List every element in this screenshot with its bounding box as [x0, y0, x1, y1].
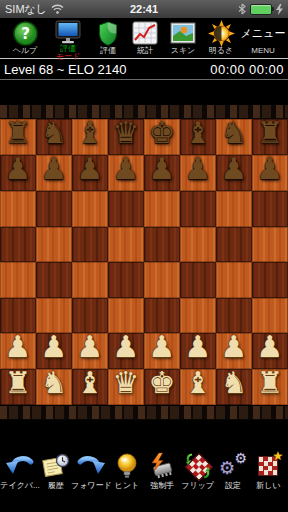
square-b7[interactable]: ♟: [36, 155, 72, 191]
square-d3[interactable]: [108, 298, 144, 334]
board-top-gap: [0, 80, 288, 104]
square-c8[interactable]: ♝: [72, 119, 108, 155]
square-a6[interactable]: [0, 191, 36, 227]
square-d2[interactable]: ♟: [108, 333, 144, 369]
redo-arrow-icon: [76, 451, 106, 481]
square-g6[interactable]: [216, 191, 252, 227]
chip-lightning-icon: [147, 451, 177, 481]
charging-bolt-icon: [276, 4, 283, 15]
status-bar: SIMなし 22:41: [0, 0, 288, 18]
square-e2[interactable]: ♟: [144, 333, 180, 369]
brightness-label: 明るさ: [209, 46, 233, 55]
history-button[interactable]: 履歴: [38, 451, 73, 501]
square-f4[interactable]: [180, 262, 216, 298]
piece-black-queen: ♛: [108, 115, 144, 151]
new-game-button[interactable]: ★ 新しい: [251, 451, 286, 501]
square-d7[interactable]: ♟: [108, 155, 144, 191]
menu-icon-text: メニュー: [241, 20, 286, 46]
white-clock: 00:00: [210, 62, 245, 77]
square-f7[interactable]: ♟: [180, 155, 216, 191]
piece-black-knight: ♞: [36, 115, 72, 151]
piece-white-pawn: ♟: [180, 329, 216, 365]
force-move-button[interactable]: 強制手: [145, 451, 180, 501]
battery-icon: [250, 4, 272, 15]
piece-white-queen: ♛: [108, 365, 144, 401]
square-f2[interactable]: ♟: [180, 333, 216, 369]
square-b1[interactable]: ♞: [36, 369, 72, 405]
statistics-button[interactable]: 統計: [126, 20, 164, 58]
flip-label: フリップ: [181, 481, 214, 491]
info-bar: Level 68 ~ ELO 2140 00:00 00:00: [0, 58, 288, 80]
gears-icon: ⚙ ⚙: [219, 451, 247, 481]
new-game-label: 新しい: [256, 481, 280, 491]
board-frame-top: [0, 104, 288, 119]
square-f5[interactable]: [180, 227, 216, 263]
square-e3[interactable]: [144, 298, 180, 334]
square-h8[interactable]: ♜: [252, 119, 288, 155]
help-label: ヘルプ: [13, 46, 38, 55]
square-a3[interactable]: [0, 298, 36, 334]
square-g8[interactable]: ♞: [216, 119, 252, 155]
statistics-label: 統計: [137, 46, 153, 55]
square-a5[interactable]: [0, 227, 36, 263]
square-h4[interactable]: [252, 262, 288, 298]
forward-button[interactable]: フォワード: [73, 451, 109, 501]
square-b8[interactable]: ♞: [36, 119, 72, 155]
game-clocks: 00:00 00:00: [210, 62, 284, 77]
square-h5[interactable]: [252, 227, 288, 263]
shield-icon: [98, 20, 118, 46]
level-elo-label: Level 68 ~ ELO 2140: [4, 62, 127, 77]
piece-black-knight: ♞: [216, 115, 252, 151]
piece-black-pawn: ♟: [252, 151, 288, 187]
square-c4[interactable]: [72, 262, 108, 298]
help-icon: ?: [13, 20, 38, 46]
square-b5[interactable]: [36, 227, 72, 263]
square-h6[interactable]: [252, 191, 288, 227]
flip-button[interactable]: フリップ: [180, 451, 215, 501]
board-bottom-gap: [0, 420, 288, 451]
square-g1[interactable]: ♞: [216, 369, 252, 405]
piece-white-pawn: ♟: [108, 329, 144, 365]
square-e4[interactable]: [144, 262, 180, 298]
square-h7[interactable]: ♟: [252, 155, 288, 191]
square-g2[interactable]: ♟: [216, 333, 252, 369]
piece-white-rook: ♜: [252, 365, 288, 401]
square-b4[interactable]: [36, 262, 72, 298]
chess-board: ♜♞♝♛♚♝♞♜♟♟♟♟♟♟♟♟♟♟♟♟♟♟♟♟♜♞♝♛♚♝♞♜: [0, 119, 288, 405]
piece-white-pawn: ♟: [36, 329, 72, 365]
takeback-button[interactable]: テイクバ...: [2, 451, 38, 501]
skin-label: スキン: [171, 46, 196, 55]
square-d5[interactable]: [108, 227, 144, 263]
picture-icon: [170, 20, 196, 46]
piece-black-bishop: ♝: [72, 115, 108, 151]
eval-mode-button[interactable]: 評価 モード: [46, 20, 90, 58]
piece-black-bishop: ♝: [180, 115, 216, 151]
piece-white-pawn: ♟: [216, 329, 252, 365]
piece-white-knight: ♞: [216, 365, 252, 401]
piece-black-pawn: ♟: [36, 151, 72, 187]
piece-black-pawn: ♟: [216, 151, 252, 187]
notepad-clock-icon: [41, 451, 71, 481]
square-c3[interactable]: [72, 298, 108, 334]
piece-black-pawn: ♟: [108, 151, 144, 187]
bluetooth-icon: [238, 3, 246, 15]
piece-black-pawn: ♟: [72, 151, 108, 187]
piece-black-king: ♚: [144, 115, 180, 151]
settings-label: 設定: [225, 481, 241, 491]
undo-arrow-icon: [5, 451, 35, 481]
square-a4[interactable]: [0, 262, 36, 298]
piece-black-rook: ♜: [0, 115, 36, 151]
square-f1[interactable]: ♝: [180, 369, 216, 405]
square-e5[interactable]: [144, 227, 180, 263]
square-h2[interactable]: ♟: [252, 333, 288, 369]
skin-button[interactable]: スキン: [164, 20, 202, 58]
piece-black-pawn: ♟: [180, 151, 216, 187]
svg-text:?: ?: [21, 25, 30, 43]
board-frame-bottom: [0, 405, 288, 420]
piece-white-knight: ♞: [36, 365, 72, 401]
square-b2[interactable]: ♟: [36, 333, 72, 369]
chart-icon: [132, 20, 158, 46]
piece-black-pawn: ♟: [144, 151, 180, 187]
square-e1[interactable]: ♚: [144, 369, 180, 405]
square-b3[interactable]: [36, 298, 72, 334]
square-e6[interactable]: [144, 191, 180, 227]
square-b6[interactable]: [36, 191, 72, 227]
square-e8[interactable]: ♚: [144, 119, 180, 155]
piece-white-pawn: ♟: [252, 329, 288, 365]
square-c5[interactable]: [72, 227, 108, 263]
top-toolbar: ? ヘルプ 評価 モード: [0, 18, 288, 58]
square-g5[interactable]: [216, 227, 252, 263]
menu-button[interactable]: メニュー MENU: [240, 20, 286, 58]
piece-white-pawn: ♟: [72, 329, 108, 365]
square-a2[interactable]: ♟: [0, 333, 36, 369]
help-button[interactable]: ? ヘルプ: [4, 20, 46, 58]
menu-label: MENU: [251, 46, 275, 55]
square-d8[interactable]: ♛: [108, 119, 144, 155]
bottom-toolbar: テイクバ... 履歴: [0, 451, 288, 501]
piece-white-bishop: ♝: [72, 365, 108, 401]
square-h3[interactable]: [252, 298, 288, 334]
evaluation-button[interactable]: 評価: [90, 20, 126, 58]
history-label: 履歴: [48, 481, 64, 491]
square-f6[interactable]: [180, 191, 216, 227]
square-d6[interactable]: [108, 191, 144, 227]
piece-white-king: ♚: [144, 365, 180, 401]
square-c6[interactable]: [72, 191, 108, 227]
sun-icon: [208, 20, 235, 46]
piece-white-rook: ♜: [0, 365, 36, 401]
eval-mode-label-bottom: モード: [56, 53, 80, 61]
square-g4[interactable]: [216, 262, 252, 298]
piece-black-pawn: ♟: [0, 151, 36, 187]
piece-black-rook: ♜: [252, 115, 288, 151]
square-f8[interactable]: ♝: [180, 119, 216, 155]
square-f3[interactable]: [180, 298, 216, 334]
force-move-label: 強制手: [150, 481, 174, 491]
wifi-icon: [51, 4, 64, 14]
takeback-label: テイクバ...: [0, 481, 39, 491]
square-c2[interactable]: ♟: [72, 333, 108, 369]
square-d1[interactable]: ♛: [108, 369, 144, 405]
square-c7[interactable]: ♟: [72, 155, 108, 191]
square-e7[interactable]: ♟: [144, 155, 180, 191]
flip-board-icon: [184, 451, 212, 481]
app-window: SIMなし 22:41 ?: [0, 0, 288, 512]
new-board-star-icon: ★: [258, 451, 278, 481]
carrier-label: SIMなし: [5, 2, 47, 17]
square-g3[interactable]: [216, 298, 252, 334]
settings-button[interactable]: ⚙ ⚙ 設定: [215, 451, 250, 501]
square-a1[interactable]: ♜: [0, 369, 36, 405]
forward-label: フォワード: [71, 481, 112, 491]
piece-white-pawn: ♟: [144, 329, 180, 365]
clock-time: 22:41: [130, 3, 158, 15]
lightbulb-icon: [114, 451, 140, 481]
black-clock: 00:00: [249, 62, 284, 77]
square-h1[interactable]: ♜: [252, 369, 288, 405]
square-c1[interactable]: ♝: [72, 369, 108, 405]
piece-white-pawn: ♟: [0, 329, 36, 365]
evaluation-label: 評価: [100, 46, 116, 55]
hint-button[interactable]: ヒント: [109, 451, 144, 501]
square-d4[interactable]: [108, 262, 144, 298]
square-a8[interactable]: ♜: [0, 119, 36, 155]
square-a7[interactable]: ♟: [0, 155, 36, 191]
square-g7[interactable]: ♟: [216, 155, 252, 191]
monitor-icon: [53, 20, 83, 45]
brightness-button[interactable]: 明るさ: [202, 20, 240, 58]
hint-label: ヒント: [115, 481, 140, 491]
piece-white-bishop: ♝: [180, 365, 216, 401]
